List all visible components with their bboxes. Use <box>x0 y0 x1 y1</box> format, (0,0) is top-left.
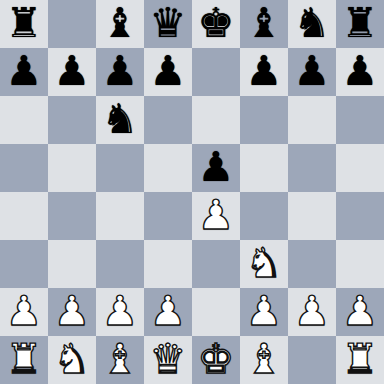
square-h4[interactable] <box>336 192 384 240</box>
square-c4[interactable] <box>96 192 144 240</box>
square-b8[interactable] <box>48 0 96 48</box>
black-pawn[interactable]: ♟ <box>6 47 43 95</box>
square-g6[interactable] <box>288 96 336 144</box>
square-c5[interactable] <box>96 144 144 192</box>
square-g3[interactable] <box>288 240 336 288</box>
white-knight[interactable]: ♞ <box>246 239 283 287</box>
square-f3[interactable]: ♞ <box>240 240 288 288</box>
white-rook[interactable]: ♜ <box>342 335 379 383</box>
square-d4[interactable] <box>144 192 192 240</box>
square-e2[interactable] <box>192 288 240 336</box>
square-c8[interactable]: ♝ <box>96 0 144 48</box>
square-h5[interactable] <box>336 144 384 192</box>
square-d8[interactable]: ♛ <box>144 0 192 48</box>
square-f8[interactable]: ♝ <box>240 0 288 48</box>
square-f2[interactable]: ♟ <box>240 288 288 336</box>
square-c2[interactable]: ♟ <box>96 288 144 336</box>
white-bishop[interactable]: ♝ <box>102 335 139 383</box>
square-a3[interactable] <box>0 240 48 288</box>
square-a5[interactable] <box>0 144 48 192</box>
black-pawn[interactable]: ♟ <box>150 47 187 95</box>
square-f7[interactable]: ♟ <box>240 48 288 96</box>
white-pawn[interactable]: ♟ <box>342 287 379 335</box>
square-c3[interactable] <box>96 240 144 288</box>
square-d7[interactable]: ♟ <box>144 48 192 96</box>
white-bishop[interactable]: ♝ <box>246 335 283 383</box>
square-a7[interactable]: ♟ <box>0 48 48 96</box>
square-g5[interactable] <box>288 144 336 192</box>
square-f5[interactable] <box>240 144 288 192</box>
square-h6[interactable] <box>336 96 384 144</box>
square-d3[interactable] <box>144 240 192 288</box>
white-pawn[interactable]: ♟ <box>6 287 43 335</box>
square-g1[interactable] <box>288 336 336 384</box>
square-c6[interactable]: ♞ <box>96 96 144 144</box>
square-h8[interactable]: ♜ <box>336 0 384 48</box>
square-g7[interactable]: ♟ <box>288 48 336 96</box>
square-d5[interactable] <box>144 144 192 192</box>
white-knight[interactable]: ♞ <box>54 335 91 383</box>
square-e4[interactable]: ♟ <box>192 192 240 240</box>
square-b4[interactable] <box>48 192 96 240</box>
square-f1[interactable]: ♝ <box>240 336 288 384</box>
square-d1[interactable]: ♛ <box>144 336 192 384</box>
white-pawn[interactable]: ♟ <box>246 287 283 335</box>
square-d2[interactable]: ♟ <box>144 288 192 336</box>
square-a8[interactable]: ♜ <box>0 0 48 48</box>
chess-board: ♜♝♛♚♝♞♜♟♟♟♟♟♟♟♞♟♟♞♟♟♟♟♟♟♟♜♞♝♛♚♝♜ <box>0 0 384 384</box>
square-g2[interactable]: ♟ <box>288 288 336 336</box>
square-a6[interactable] <box>0 96 48 144</box>
square-e3[interactable] <box>192 240 240 288</box>
square-e8[interactable]: ♚ <box>192 0 240 48</box>
square-b2[interactable]: ♟ <box>48 288 96 336</box>
square-f6[interactable] <box>240 96 288 144</box>
black-pawn[interactable]: ♟ <box>342 47 379 95</box>
black-pawn[interactable]: ♟ <box>54 47 91 95</box>
square-g4[interactable] <box>288 192 336 240</box>
square-h7[interactable]: ♟ <box>336 48 384 96</box>
square-f4[interactable] <box>240 192 288 240</box>
square-b5[interactable] <box>48 144 96 192</box>
square-e5[interactable]: ♟ <box>192 144 240 192</box>
square-c7[interactable]: ♟ <box>96 48 144 96</box>
white-queen[interactable]: ♛ <box>150 335 187 383</box>
square-a4[interactable] <box>0 192 48 240</box>
black-bishop[interactable]: ♝ <box>246 0 283 47</box>
square-b6[interactable] <box>48 96 96 144</box>
square-h1[interactable]: ♜ <box>336 336 384 384</box>
square-b3[interactable] <box>48 240 96 288</box>
black-pawn[interactable]: ♟ <box>246 47 283 95</box>
square-e7[interactable] <box>192 48 240 96</box>
white-pawn[interactable]: ♟ <box>294 287 331 335</box>
square-e1[interactable]: ♚ <box>192 336 240 384</box>
square-h3[interactable] <box>336 240 384 288</box>
white-pawn[interactable]: ♟ <box>150 287 187 335</box>
black-knight[interactable]: ♞ <box>294 0 331 47</box>
chess-board-container: ♜♝♛♚♝♞♜♟♟♟♟♟♟♟♞♟♟♞♟♟♟♟♟♟♟♜♞♝♛♚♝♜ <box>0 0 384 384</box>
square-a2[interactable]: ♟ <box>0 288 48 336</box>
white-pawn[interactable]: ♟ <box>198 191 235 239</box>
white-pawn[interactable]: ♟ <box>102 287 139 335</box>
black-king[interactable]: ♚ <box>198 0 235 47</box>
square-b1[interactable]: ♞ <box>48 336 96 384</box>
black-pawn[interactable]: ♟ <box>198 143 235 191</box>
square-e6[interactable] <box>192 96 240 144</box>
black-pawn[interactable]: ♟ <box>294 47 331 95</box>
black-bishop[interactable]: ♝ <box>102 0 139 47</box>
square-b7[interactable]: ♟ <box>48 48 96 96</box>
square-c1[interactable]: ♝ <box>96 336 144 384</box>
white-rook[interactable]: ♜ <box>6 335 43 383</box>
square-a1[interactable]: ♜ <box>0 336 48 384</box>
white-pawn[interactable]: ♟ <box>54 287 91 335</box>
black-rook[interactable]: ♜ <box>6 0 43 47</box>
black-rook[interactable]: ♜ <box>342 0 379 47</box>
square-g8[interactable]: ♞ <box>288 0 336 48</box>
square-h2[interactable]: ♟ <box>336 288 384 336</box>
black-knight[interactable]: ♞ <box>102 95 139 143</box>
square-d6[interactable] <box>144 96 192 144</box>
black-queen[interactable]: ♛ <box>150 0 187 47</box>
white-king[interactable]: ♚ <box>198 335 235 383</box>
black-pawn[interactable]: ♟ <box>102 47 139 95</box>
